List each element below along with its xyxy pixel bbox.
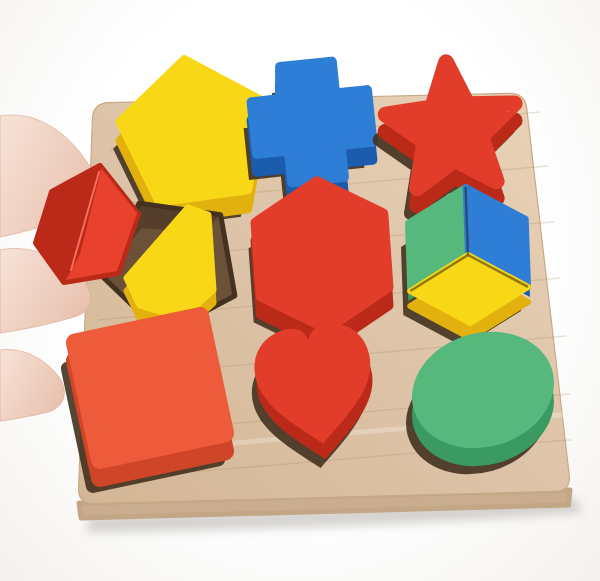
piece-square-orange[interactable] — [60, 304, 240, 494]
piece-heart-red[interactable] — [227, 298, 407, 483]
board-grid — [80, 88, 540, 512]
cell-r3c1[interactable] — [80, 346, 238, 512]
photo-stage — [0, 0, 600, 581]
cell-r3c3[interactable] — [388, 346, 540, 512]
cell-r1c1[interactable] — [80, 88, 238, 200]
star-top-face — [386, 62, 515, 188]
piece-oval-green[interactable] — [388, 312, 578, 492]
square-top-face — [75, 316, 225, 460]
cell-r3c2[interactable] — [238, 346, 388, 512]
heart-top-face — [249, 319, 380, 452]
